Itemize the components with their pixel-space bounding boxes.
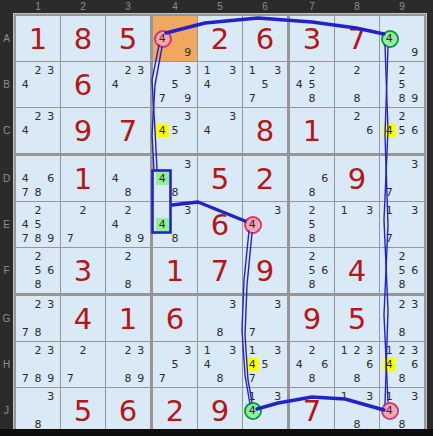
- cell-A6[interactable]: 6: [243, 16, 287, 61]
- candidate-H5-4: 4: [201, 358, 214, 372]
- cell-A1[interactable]: 1: [16, 16, 60, 61]
- cell-G7[interactable]: 9: [290, 296, 334, 341]
- candidates-G1: 2378: [16, 296, 60, 341]
- candidate-H3-9: 9: [134, 371, 147, 385]
- cell-J7[interactable]: 7: [290, 388, 334, 433]
- candidate-H6-4: 4: [246, 358, 259, 372]
- candidate-J9-3: 3: [408, 390, 421, 404]
- candidate-D7-8: 8: [306, 185, 319, 199]
- digit-J2: 5: [61, 388, 105, 433]
- candidate-E1-4: 4: [19, 218, 32, 232]
- candidate-G9-8: 8: [396, 325, 409, 339]
- candidate-C5-3: 3: [226, 110, 239, 124]
- cell-A3[interactable]: 5: [106, 16, 150, 61]
- candidates-H6: 13457: [243, 342, 287, 387]
- candidates-B1: 234: [16, 62, 60, 107]
- candidate-H4-3: 3: [181, 344, 194, 358]
- candidate-B8-2: 2: [351, 64, 364, 78]
- candidate-F9-2: 2: [396, 250, 409, 264]
- cell-G6[interactable]: 37: [243, 296, 287, 341]
- digit-D6: 2: [243, 156, 287, 201]
- candidate-H1-9: 9: [44, 371, 57, 385]
- candidate-H5-8: 8: [214, 371, 227, 385]
- cell-C3[interactable]: 7: [106, 108, 150, 153]
- candidate-H8-8: 8: [351, 371, 364, 385]
- cell-G8[interactable]: 5: [335, 296, 379, 341]
- candidate-H1-8: 8: [32, 371, 45, 385]
- candidate-B1-4: 4: [19, 78, 32, 92]
- candidates-A9: 49: [380, 16, 424, 61]
- candidates-B8: 28: [335, 62, 379, 107]
- digit-F4: 1: [153, 248, 197, 293]
- cell-B9[interactable]: 2589: [380, 62, 424, 107]
- cell-B1[interactable]: 234: [16, 62, 60, 107]
- candidate-E1-9: 9: [44, 231, 57, 245]
- candidate-B9-2: 2: [396, 64, 409, 78]
- candidates-E2: 27: [61, 202, 105, 247]
- candidate-C1-3: 3: [44, 110, 57, 124]
- candidate-G9-2: 2: [396, 298, 409, 312]
- digit-J7: 7: [290, 388, 334, 433]
- row-label-C: C: [1, 108, 12, 153]
- candidates-J1: 38: [16, 388, 60, 433]
- candidate-C9-6: 6: [408, 124, 421, 138]
- candidate-H7-6: 6: [318, 358, 331, 372]
- candidate-B7-2: 2: [306, 64, 319, 78]
- candidate-B8-8: 8: [351, 91, 364, 105]
- cell-C6[interactable]: 8: [243, 108, 287, 153]
- candidate-B5-4: 4: [201, 78, 214, 92]
- cell-F3[interactable]: 28: [106, 248, 150, 293]
- cell-C7[interactable]: 1: [290, 108, 334, 153]
- candidates-B3: 234: [106, 62, 150, 107]
- candidate-C9-4: 4: [383, 124, 396, 138]
- candidate-D4-8: 8: [169, 185, 182, 199]
- row-label-F: F: [1, 248, 12, 293]
- cell-D9[interactable]: 37: [380, 156, 424, 201]
- cell-H7[interactable]: 2468: [290, 342, 334, 387]
- cell-A9[interactable]: 49: [380, 16, 424, 61]
- candidate-H4-5: 5: [169, 358, 182, 372]
- candidate-G1-8: 8: [32, 325, 45, 339]
- cell-H5[interactable]: 1348: [198, 342, 242, 387]
- cell-F9[interactable]: 2568: [380, 248, 424, 293]
- candidate-H7-4: 4: [293, 358, 306, 372]
- candidate-D1-4: 4: [19, 172, 32, 186]
- cell-A8[interactable]: 7: [335, 16, 379, 61]
- cell-D3[interactable]: 48: [106, 156, 150, 201]
- cell-F2[interactable]: 3: [61, 248, 105, 293]
- candidate-B1-2: 2: [32, 64, 45, 78]
- candidate-C4-3: 3: [181, 110, 194, 124]
- candidate-E2-7: 7: [64, 231, 77, 245]
- candidate-F1-2: 2: [32, 250, 45, 264]
- digit-A5: 2: [198, 16, 242, 61]
- cell-J6[interactable]: 134: [243, 388, 287, 433]
- cell-E7[interactable]: 258: [290, 202, 334, 247]
- candidates-J8: 138: [335, 388, 379, 433]
- cell-B5[interactable]: 134: [198, 62, 242, 107]
- candidate-E9-1: 1: [383, 204, 396, 218]
- candidate-B1-3: 3: [44, 64, 57, 78]
- candidates-G6: 37: [243, 296, 287, 341]
- candidate-F1-6: 6: [44, 264, 57, 278]
- cell-B6[interactable]: 1357: [243, 62, 287, 107]
- row-label-H: H: [1, 342, 12, 387]
- candidates-F3: 28: [106, 248, 150, 293]
- candidate-F7-2: 2: [306, 250, 319, 264]
- candidate-F1-8: 8: [32, 277, 45, 291]
- cell-H8[interactable]: 12368: [335, 342, 379, 387]
- candidate-D9-7: 7: [383, 185, 396, 199]
- cell-J9[interactable]: 1348: [380, 388, 424, 433]
- digit-B2: 6: [61, 62, 105, 107]
- candidate-B6-3: 3: [271, 64, 284, 78]
- candidate-H8-1: 1: [338, 344, 351, 358]
- candidate-D3-4: 4: [109, 172, 122, 186]
- candidate-F7-5: 5: [306, 264, 319, 278]
- cell-B2[interactable]: 6: [61, 62, 105, 107]
- candidate-H8-3: 3: [363, 344, 376, 358]
- candidate-G6-3: 3: [271, 298, 284, 312]
- cell-B4[interactable]: 3579: [153, 62, 197, 107]
- candidate-H7-2: 2: [306, 344, 319, 358]
- candidate-E6-3: 3: [271, 204, 284, 218]
- candidate-G1-3: 3: [44, 298, 57, 312]
- candidate-J1-3: 3: [44, 390, 57, 404]
- cell-G4[interactable]: 6: [153, 296, 197, 341]
- candidate-H9-1: 1: [383, 344, 396, 358]
- cell-B8[interactable]: 28: [335, 62, 379, 107]
- candidate-E8-1: 1: [338, 204, 351, 218]
- cell-B3[interactable]: 234: [106, 62, 150, 107]
- candidates-E7: 258: [290, 202, 334, 247]
- cell-E6[interactable]: 34: [243, 202, 287, 247]
- candidate-B9-9: 9: [408, 91, 421, 105]
- candidate-E1-8: 8: [32, 231, 45, 245]
- digit-F2: 3: [61, 248, 105, 293]
- digit-G2: 4: [61, 296, 105, 341]
- candidate-H5-3: 3: [226, 344, 239, 358]
- candidate-J9-4: 4: [383, 404, 396, 418]
- candidate-C8-2: 2: [351, 110, 364, 124]
- col-label-5: 5: [198, 1, 242, 12]
- cell-E2[interactable]: 27: [61, 202, 105, 247]
- col-label-4: 4: [153, 1, 197, 12]
- cell-E3[interactable]: 2489: [106, 202, 150, 247]
- candidate-G9-3: 3: [408, 298, 421, 312]
- candidate-E3-8: 8: [122, 231, 135, 245]
- candidate-D9-3: 3: [408, 158, 421, 172]
- candidate-B9-5: 5: [396, 78, 409, 92]
- candidate-H3-3: 3: [134, 344, 147, 358]
- row-label-D: D: [1, 156, 12, 201]
- candidates-G9: 238: [380, 296, 424, 341]
- candidate-B4-7: 7: [156, 91, 169, 105]
- cell-H1[interactable]: 23789: [16, 342, 60, 387]
- cell-H2[interactable]: 27: [61, 342, 105, 387]
- candidates-F7: 2568: [290, 248, 334, 293]
- digit-C2: 9: [61, 108, 105, 153]
- candidate-J8-3: 3: [363, 390, 376, 404]
- cell-B7[interactable]: 2458: [290, 62, 334, 107]
- candidates-J6: 134: [243, 388, 287, 433]
- candidate-D4-3: 3: [181, 158, 194, 172]
- cell-F6[interactable]: 9: [243, 248, 287, 293]
- candidate-G1-2: 2: [32, 298, 45, 312]
- cell-A2[interactable]: 8: [61, 16, 105, 61]
- cell-H9[interactable]: 123468: [380, 342, 424, 387]
- cell-G1[interactable]: 2378: [16, 296, 60, 341]
- digit-G8: 5: [335, 296, 379, 341]
- candidate-A9-4: 4: [383, 32, 396, 46]
- candidate-C1-4: 4: [19, 124, 32, 138]
- digit-C6: 8: [243, 108, 287, 153]
- cell-A7[interactable]: 3: [290, 16, 334, 61]
- candidate-E4-3: 3: [181, 204, 194, 218]
- candidates-H7: 2468: [290, 342, 334, 387]
- candidate-G1-7: 7: [19, 325, 32, 339]
- candidate-C4-4: 4: [156, 124, 169, 138]
- candidate-E4-8: 8: [169, 231, 182, 245]
- cell-D8[interactable]: 9: [335, 156, 379, 201]
- cell-D1[interactable]: 4678: [16, 156, 60, 201]
- candidate-E3-4: 4: [109, 218, 122, 232]
- candidate-H9-4: 4: [383, 358, 396, 372]
- candidates-B4: 3579: [153, 62, 197, 107]
- candidate-H3-8: 8: [122, 371, 135, 385]
- candidate-H1-3: 3: [44, 344, 57, 358]
- candidates-C5: 34: [198, 108, 242, 153]
- candidate-E1-7: 7: [19, 231, 32, 245]
- candidates-B6: 1357: [243, 62, 287, 107]
- digit-F5: 7: [198, 248, 242, 293]
- candidate-H3-2: 2: [122, 344, 135, 358]
- digit-A8: 7: [335, 16, 379, 61]
- cell-D4[interactable]: 348: [153, 156, 197, 201]
- candidate-B6-7: 7: [246, 91, 259, 105]
- cell-G2[interactable]: 4: [61, 296, 105, 341]
- row-label-A: A: [1, 16, 12, 61]
- digit-J3: 6: [106, 388, 150, 433]
- candidate-C9-2: 2: [396, 110, 409, 124]
- candidate-J6-4: 4: [246, 404, 259, 418]
- cell-A5[interactable]: 2: [198, 16, 242, 61]
- cell-C8[interactable]: 26: [335, 108, 379, 153]
- cell-G5[interactable]: 38: [198, 296, 242, 341]
- digit-A1: 1: [16, 16, 60, 61]
- candidate-C5-4: 4: [201, 124, 214, 138]
- candidate-F3-2: 2: [122, 250, 135, 264]
- candidate-A4-9: 9: [181, 45, 194, 59]
- cell-J5[interactable]: 9: [198, 388, 242, 433]
- row-label-J: J: [1, 388, 12, 433]
- digit-C7: 1: [290, 108, 334, 153]
- candidates-E4: 348: [153, 202, 197, 247]
- digit-J5: 9: [198, 388, 242, 433]
- candidate-H1-7: 7: [19, 371, 32, 385]
- cell-E8[interactable]: 13: [335, 202, 379, 247]
- digit-F8: 4: [335, 248, 379, 293]
- cell-G3[interactable]: 1: [106, 296, 150, 341]
- candidate-B4-5: 5: [169, 78, 182, 92]
- candidate-F7-6: 6: [318, 264, 331, 278]
- cell-D5[interactable]: 5: [198, 156, 242, 201]
- candidate-F1-5: 5: [32, 264, 45, 278]
- candidates-E6: 34: [243, 202, 287, 247]
- candidate-E7-5: 5: [306, 218, 319, 232]
- candidates-E3: 2489: [106, 202, 150, 247]
- candidate-J6-3: 3: [271, 390, 284, 404]
- digit-D5: 5: [198, 156, 242, 201]
- cell-C9[interactable]: 2456: [380, 108, 424, 153]
- candidate-E3-2: 2: [122, 204, 135, 218]
- candidate-H9-3: 3: [408, 344, 421, 358]
- candidate-E4-4: 4: [156, 218, 169, 232]
- candidates-E9: 137: [380, 202, 424, 247]
- cell-C1[interactable]: 234: [16, 108, 60, 153]
- candidate-B3-2: 2: [122, 64, 135, 78]
- cell-F1[interactable]: 2568: [16, 248, 60, 293]
- candidate-G5-3: 3: [226, 298, 239, 312]
- candidate-B7-8: 8: [306, 91, 319, 105]
- digit-A2: 8: [61, 16, 105, 61]
- candidates-H4: 357: [153, 342, 197, 387]
- candidate-E6-4: 4: [246, 218, 259, 232]
- cell-J2[interactable]: 5: [61, 388, 105, 433]
- candidates-E8: 13: [335, 202, 379, 247]
- cell-C4[interactable]: 345: [153, 108, 197, 153]
- candidates-D7: 68: [290, 156, 334, 201]
- candidate-E1-2: 2: [32, 204, 45, 218]
- digit-A6: 6: [243, 16, 287, 61]
- candidate-J8-1: 1: [338, 390, 351, 404]
- cell-C2[interactable]: 9: [61, 108, 105, 153]
- candidate-B5-3: 3: [226, 64, 239, 78]
- cell-H6[interactable]: 13457: [243, 342, 287, 387]
- col-label-8: 8: [335, 1, 379, 12]
- cell-E5[interactable]: 6: [198, 202, 242, 247]
- cell-D7[interactable]: 68: [290, 156, 334, 201]
- candidate-H5-1: 1: [201, 344, 214, 358]
- candidate-E7-2: 2: [306, 204, 319, 218]
- candidate-H6-5: 5: [259, 358, 272, 372]
- cell-E9[interactable]: 137: [380, 202, 424, 247]
- cell-H3[interactable]: 2389: [106, 342, 150, 387]
- cell-J3[interactable]: 6: [106, 388, 150, 433]
- candidates-D9: 37: [380, 156, 424, 201]
- candidates-B7: 2458: [290, 62, 334, 107]
- cell-F4[interactable]: 1: [153, 248, 197, 293]
- cell-H4[interactable]: 357: [153, 342, 197, 387]
- cell-G9[interactable]: 238: [380, 296, 424, 341]
- candidates-D1: 4678: [16, 156, 60, 201]
- candidate-H7-8: 8: [306, 371, 319, 385]
- digit-F6: 9: [243, 248, 287, 293]
- row-label-B: B: [1, 62, 12, 107]
- candidates-H9: 123468: [380, 342, 424, 387]
- candidate-F9-8: 8: [396, 277, 409, 291]
- candidates-H5: 1348: [198, 342, 242, 387]
- candidate-E7-8: 8: [306, 231, 319, 245]
- cell-F5[interactable]: 7: [198, 248, 242, 293]
- candidates-J9: 1348: [380, 388, 424, 433]
- cell-D2[interactable]: 1: [61, 156, 105, 201]
- digit-G4: 6: [153, 296, 197, 341]
- candidates-C4: 345: [153, 108, 197, 153]
- cell-E4[interactable]: 348: [153, 202, 197, 247]
- candidates-C8: 26: [335, 108, 379, 153]
- cell-J1[interactable]: 38: [16, 388, 60, 433]
- candidate-H6-3: 3: [271, 344, 284, 358]
- candidate-G5-8: 8: [214, 325, 227, 339]
- candidate-F9-6: 6: [408, 264, 421, 278]
- candidate-E8-3: 3: [363, 204, 376, 218]
- candidate-H2-2: 2: [77, 344, 90, 358]
- candidate-H9-2: 2: [396, 344, 409, 358]
- col-label-9: 9: [380, 1, 424, 12]
- candidate-E3-9: 9: [134, 231, 147, 245]
- candidate-H1-2: 2: [32, 344, 45, 358]
- digit-D8: 9: [335, 156, 379, 201]
- candidate-B5-1: 1: [201, 64, 214, 78]
- candidate-E2-2: 2: [77, 204, 90, 218]
- cell-F7[interactable]: 2568: [290, 248, 334, 293]
- candidate-D1-6: 6: [44, 172, 57, 186]
- candidate-B6-1: 1: [246, 64, 259, 78]
- candidate-D1-8: 8: [32, 185, 45, 199]
- cell-F8[interactable]: 4: [335, 248, 379, 293]
- candidate-B7-4: 4: [293, 78, 306, 92]
- candidates-A4: 49: [153, 16, 197, 61]
- cell-C5[interactable]: 34: [198, 108, 242, 153]
- candidates-B9: 2589: [380, 62, 424, 107]
- candidate-E9-7: 7: [383, 231, 396, 245]
- candidate-B9-8: 8: [396, 91, 409, 105]
- candidates-H1: 23789: [16, 342, 60, 387]
- digit-J4: 2: [153, 388, 197, 433]
- col-label-1: 1: [16, 1, 60, 12]
- digit-A7: 3: [290, 16, 334, 61]
- cell-J8[interactable]: 138: [335, 388, 379, 433]
- candidates-C9: 2456: [380, 108, 424, 153]
- candidates-F1: 2568: [16, 248, 60, 293]
- cell-E1[interactable]: 245789: [16, 202, 60, 247]
- candidate-B6-5: 5: [259, 78, 272, 92]
- sudoku-app-window: 123456789ABCDEFGHJ 185492637492346234357…: [0, 0, 433, 436]
- candidate-C4-5: 5: [169, 124, 182, 138]
- candidate-C9-5: 5: [396, 124, 409, 138]
- candidate-H8-2: 2: [351, 344, 364, 358]
- digit-E5: 6: [198, 202, 242, 247]
- candidate-H2-7: 7: [64, 371, 77, 385]
- candidate-C8-6: 6: [363, 124, 376, 138]
- cell-J4[interactable]: 2: [153, 388, 197, 433]
- candidates-D4: 348: [153, 156, 197, 201]
- candidate-E1-5: 5: [32, 218, 45, 232]
- cell-A4[interactable]: 49: [153, 16, 197, 61]
- candidate-A9-9: 9: [408, 45, 421, 59]
- candidate-F3-8: 8: [122, 277, 135, 291]
- digit-G3: 1: [106, 296, 150, 341]
- col-label-2: 2: [61, 1, 105, 12]
- cell-D6[interactable]: 2: [243, 156, 287, 201]
- digit-D2: 1: [61, 156, 105, 201]
- window-edge: [0, 429, 433, 436]
- candidate-G6-7: 7: [246, 325, 259, 339]
- candidate-B4-9: 9: [181, 91, 194, 105]
- candidate-C1-2: 2: [32, 110, 45, 124]
